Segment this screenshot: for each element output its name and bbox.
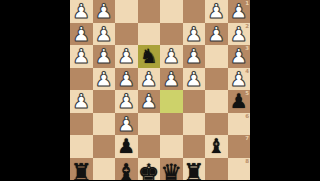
square-a2[interactable]: 2♟ — [228, 23, 251, 46]
square-g6[interactable] — [93, 113, 116, 136]
square-c1[interactable] — [183, 0, 206, 23]
square-d7[interactable] — [160, 135, 183, 158]
white-pawn[interactable]: ♟ — [205, 0, 228, 23]
left-letterbox-bar — [0, 0, 70, 180]
square-c5[interactable] — [183, 90, 206, 113]
white-pawn[interactable]: ♟ — [93, 45, 116, 68]
square-b5[interactable] — [205, 90, 228, 113]
square-c4[interactable]: ♟ — [183, 68, 206, 91]
square-a6[interactable]: 6 — [228, 113, 251, 136]
white-pawn[interactable]: ♟ — [115, 113, 138, 136]
square-g2[interactable]: ♟ — [93, 23, 116, 46]
square-e5[interactable]: ♟ — [138, 90, 161, 113]
square-e4[interactable]: ♟ — [138, 68, 161, 91]
square-c3[interactable]: ♟ — [183, 45, 206, 68]
video-frame: ♟♟♟1♟♟♟♟♟2♟♟♟♟♞♟♟3♟♟♟♟♟♟4♟♟♟♟5♟♟6♟♝7♜♝♚♛… — [0, 0, 320, 180]
rank-coordinate-5: 5 — [245, 90, 249, 96]
square-e8[interactable]: ♚ — [138, 158, 161, 181]
square-a3[interactable]: 3♟ — [228, 45, 251, 68]
square-h2[interactable]: ♟ — [70, 23, 93, 46]
chess-board: ♟♟♟1♟♟♟♟♟2♟♟♟♟♞♟♟3♟♟♟♟♟♟4♟♟♟♟5♟♟6♟♝7♜♝♚♛… — [70, 0, 250, 180]
black-bishop[interactable]: ♝ — [115, 162, 138, 181]
rank-coordinate-8: 8 — [245, 158, 249, 164]
square-c7[interactable] — [183, 135, 206, 158]
square-a4[interactable]: 4♟ — [228, 68, 251, 91]
square-f5[interactable]: ♟ — [115, 90, 138, 113]
square-f3[interactable]: ♟ — [115, 45, 138, 68]
square-g1[interactable]: ♟ — [93, 0, 116, 23]
black-queen[interactable]: ♛ — [160, 162, 183, 181]
white-pawn[interactable]: ♟ — [205, 23, 228, 46]
square-b4[interactable] — [205, 68, 228, 91]
black-rook[interactable]: ♜ — [183, 162, 206, 181]
square-g8[interactable] — [93, 158, 116, 181]
rank-coordinate-1: 1 — [245, 0, 249, 6]
white-pawn[interactable]: ♟ — [183, 23, 206, 46]
square-h5[interactable]: ♟ — [70, 90, 93, 113]
right-letterbox-bar — [250, 0, 320, 180]
square-h1[interactable]: ♟ — [70, 0, 93, 23]
square-f2[interactable] — [115, 23, 138, 46]
square-g4[interactable]: ♟ — [93, 68, 116, 91]
square-d4[interactable]: ♟ — [160, 68, 183, 91]
square-f4[interactable]: ♟ — [115, 68, 138, 91]
square-g5[interactable] — [93, 90, 116, 113]
black-knight[interactable]: ♞ — [138, 45, 161, 68]
white-pawn[interactable]: ♟ — [93, 0, 116, 23]
black-king[interactable]: ♚ — [138, 162, 161, 181]
square-d5[interactable] — [160, 90, 183, 113]
square-e1[interactable] — [138, 0, 161, 23]
black-rook[interactable]: ♜ — [70, 162, 93, 181]
square-b3[interactable] — [205, 45, 228, 68]
white-pawn[interactable]: ♟ — [115, 68, 138, 91]
square-f6[interactable]: ♟ — [115, 113, 138, 136]
square-c6[interactable] — [183, 113, 206, 136]
square-b8[interactable] — [205, 158, 228, 181]
black-pawn[interactable]: ♟ — [115, 135, 138, 158]
white-pawn[interactable]: ♟ — [115, 45, 138, 68]
rank-coordinate-6: 6 — [245, 113, 249, 119]
square-d8[interactable]: ♛ — [160, 158, 183, 181]
rank-coordinate-2: 2 — [245, 23, 249, 29]
square-f8[interactable]: ♝ — [115, 158, 138, 181]
white-pawn[interactable]: ♟ — [160, 68, 183, 91]
square-b2[interactable]: ♟ — [205, 23, 228, 46]
square-c2[interactable]: ♟ — [183, 23, 206, 46]
square-c8[interactable]: ♜ — [183, 158, 206, 181]
square-h8[interactable]: ♜ — [70, 158, 93, 181]
square-e6[interactable] — [138, 113, 161, 136]
white-pawn[interactable]: ♟ — [70, 45, 93, 68]
square-h7[interactable] — [70, 135, 93, 158]
square-f1[interactable] — [115, 0, 138, 23]
white-pawn[interactable]: ♟ — [183, 45, 206, 68]
square-h3[interactable]: ♟ — [70, 45, 93, 68]
square-e3[interactable]: ♞ — [138, 45, 161, 68]
square-e7[interactable] — [138, 135, 161, 158]
square-d3[interactable]: ♟ — [160, 45, 183, 68]
white-pawn[interactable]: ♟ — [138, 68, 161, 91]
square-a1[interactable]: 1♟ — [228, 0, 251, 23]
white-pawn[interactable]: ♟ — [70, 23, 93, 46]
square-d1[interactable] — [160, 0, 183, 23]
white-pawn[interactable]: ♟ — [115, 90, 138, 113]
square-b6[interactable] — [205, 113, 228, 136]
rank-coordinate-7: 7 — [245, 135, 249, 141]
square-a7[interactable]: 7 — [228, 135, 251, 158]
square-b7[interactable]: ♝ — [205, 135, 228, 158]
rank-coordinate-3: 3 — [245, 45, 249, 51]
white-pawn[interactable]: ♟ — [183, 68, 206, 91]
square-f7[interactable]: ♟ — [115, 135, 138, 158]
square-d6[interactable] — [160, 113, 183, 136]
square-d2[interactable] — [160, 23, 183, 46]
square-h6[interactable] — [70, 113, 93, 136]
rank-coordinate-4: 4 — [245, 68, 249, 74]
black-bishop[interactable]: ♝ — [205, 135, 228, 158]
square-h4[interactable] — [70, 68, 93, 91]
white-pawn[interactable]: ♟ — [138, 90, 161, 113]
white-pawn[interactable]: ♟ — [70, 0, 93, 23]
square-e2[interactable] — [138, 23, 161, 46]
white-pawn[interactable]: ♟ — [160, 45, 183, 68]
square-b1[interactable]: ♟ — [205, 0, 228, 23]
white-pawn[interactable]: ♟ — [93, 68, 116, 91]
square-a5[interactable]: 5♟ — [228, 90, 251, 113]
white-pawn[interactable]: ♟ — [70, 90, 93, 113]
square-g3[interactable]: ♟ — [93, 45, 116, 68]
white-pawn[interactable]: ♟ — [93, 23, 116, 46]
square-g7[interactable] — [93, 135, 116, 158]
square-a8[interactable]: 8 — [228, 158, 251, 181]
